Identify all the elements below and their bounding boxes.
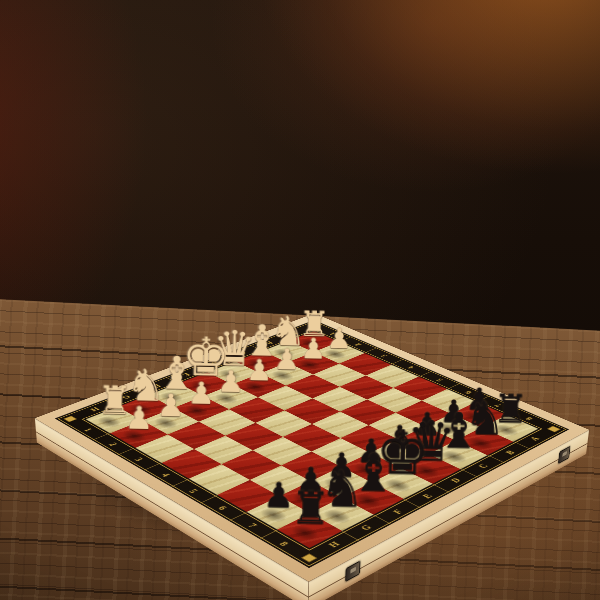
black-rook-icon: ♜ (273, 485, 347, 531)
latch-icon (558, 446, 570, 464)
latch-icon (345, 560, 360, 582)
white-pawn-icon: ♟ (106, 402, 172, 435)
product-photo-chess-set: 12345678 12345678 ABCDEFGH ABCDEFGH ♜♞♝♛… (0, 0, 600, 600)
